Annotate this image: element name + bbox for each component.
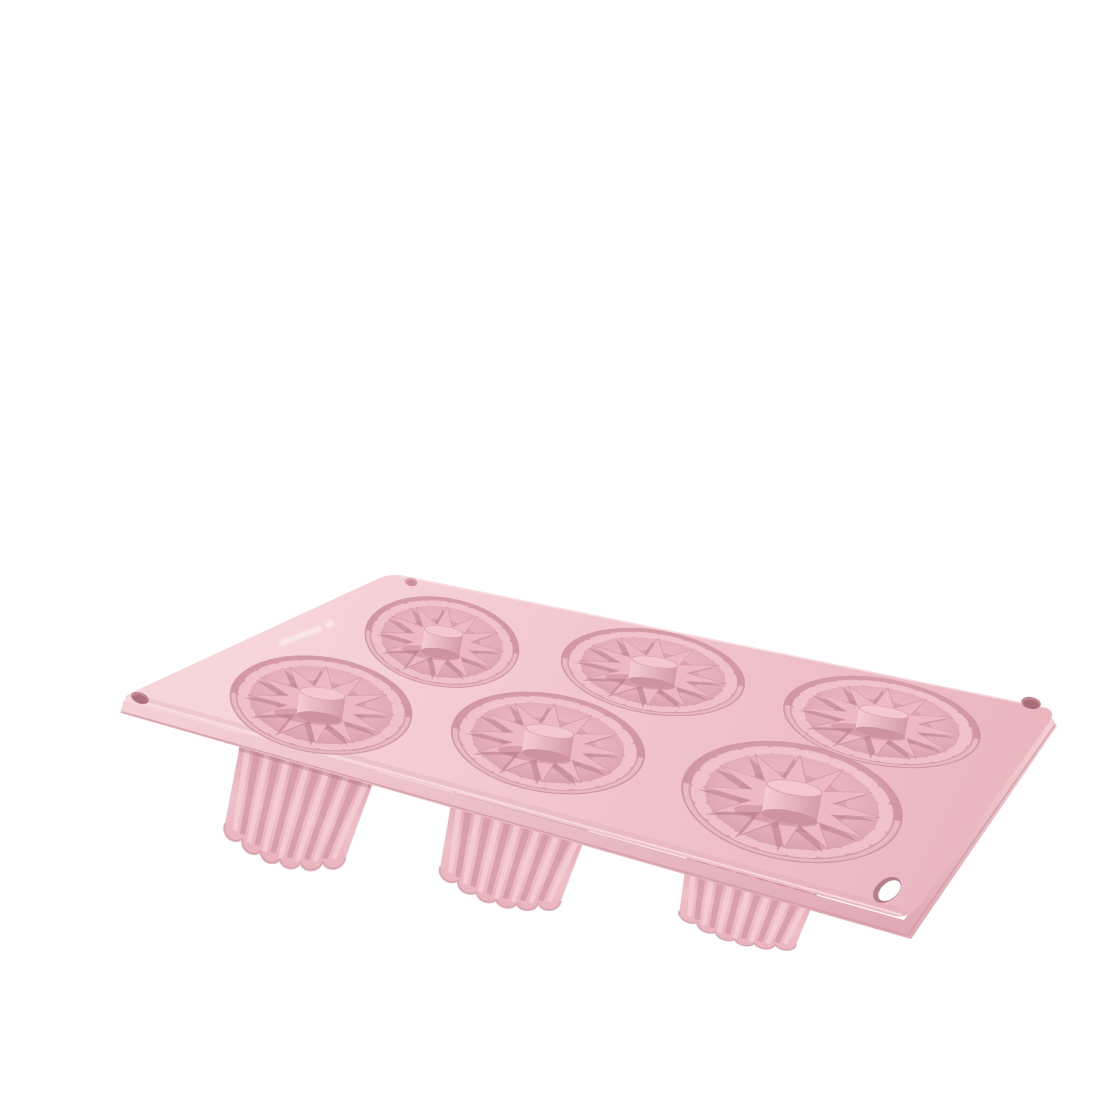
white-background bbox=[40, 16, 1100, 1100]
product-photo: Pink silicone 6-cavity mini bundt cake m… bbox=[40, 16, 1100, 1100]
mold-illustration: Three-quarter perspective view of a rect… bbox=[40, 16, 1100, 1100]
